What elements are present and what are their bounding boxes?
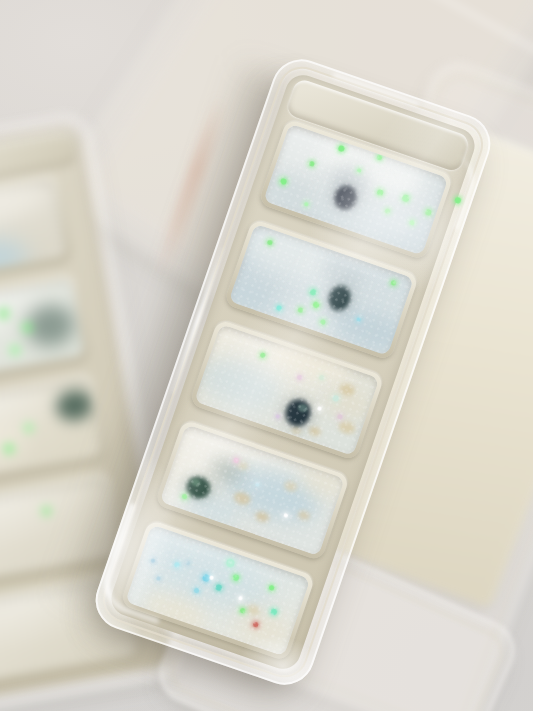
photo-wax-melt-clamshells — [0, 0, 533, 711]
